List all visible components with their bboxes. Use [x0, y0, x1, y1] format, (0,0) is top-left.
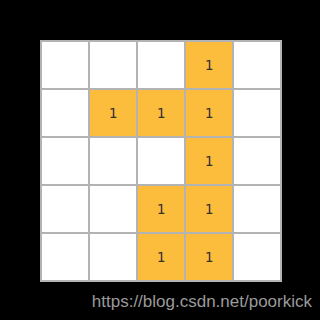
grid-cell-empty — [90, 234, 136, 280]
grid-cell-empty — [234, 42, 280, 88]
grid-cell-empty — [42, 234, 88, 280]
grid-cell-empty — [42, 90, 88, 136]
grid-cell-filled: 1 — [186, 138, 232, 184]
grid-cell-empty — [42, 186, 88, 232]
grid-cell-empty — [90, 138, 136, 184]
grid-cell-empty — [234, 90, 280, 136]
grid-cell-filled: 1 — [186, 42, 232, 88]
watermark-url: https://blog.csdn.net/poorkick — [92, 293, 312, 310]
grid-cell-empty — [42, 42, 88, 88]
grid-cell-empty — [90, 186, 136, 232]
grid-cell-filled: 1 — [186, 186, 232, 232]
grid-cell-filled: 1 — [138, 186, 184, 232]
grid-cell-filled: 1 — [138, 90, 184, 136]
grid-cell-filled: 1 — [186, 234, 232, 280]
grid-cell-empty — [234, 138, 280, 184]
diagram-canvas: 111111111 https://blog.csdn.net/poorkick — [0, 0, 320, 320]
grid-cell-empty — [234, 186, 280, 232]
grid-cell-empty — [138, 42, 184, 88]
grid-cell-empty — [234, 234, 280, 280]
grid-cell-empty — [42, 138, 88, 184]
grid-cell-empty — [90, 42, 136, 88]
grid-cell-empty — [138, 138, 184, 184]
grid-cell-filled: 1 — [186, 90, 232, 136]
grid-cell-filled: 1 — [90, 90, 136, 136]
board: 111111111 — [40, 40, 282, 282]
grid-cell-filled: 1 — [138, 234, 184, 280]
